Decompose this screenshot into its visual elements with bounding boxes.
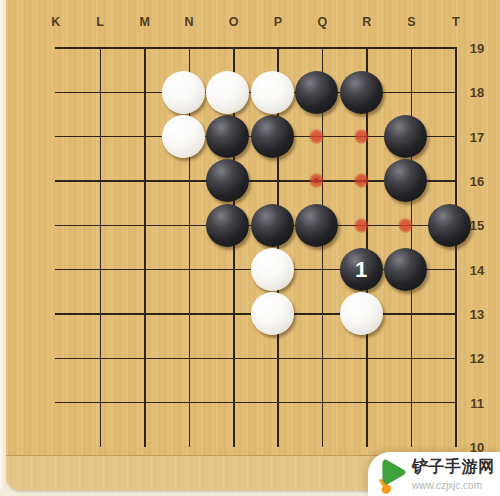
- stone-black: [384, 115, 427, 158]
- stone-white: [340, 292, 383, 335]
- red-dot-marker: [309, 173, 324, 188]
- stone-black: [251, 115, 294, 158]
- stone-black: [295, 204, 338, 247]
- watermark-badge[interactable]: 铲子手游网 www.czjxjc.com: [368, 452, 500, 496]
- stone-black: [384, 248, 427, 291]
- red-dot-marker: [354, 129, 369, 144]
- hand-cursor-icon: [375, 477, 394, 496]
- stone-black: [206, 204, 249, 247]
- red-dot-marker: [398, 218, 413, 233]
- stone-white: [251, 248, 294, 291]
- stone-white: [162, 71, 205, 114]
- stone-black: [384, 159, 427, 202]
- stone-black: [206, 115, 249, 158]
- stone-white: [251, 292, 294, 335]
- stone-white: [206, 71, 249, 114]
- stone-black: [428, 204, 471, 247]
- stone-black: [295, 71, 338, 114]
- red-dot-marker: [354, 173, 369, 188]
- red-dot-marker: [354, 218, 369, 233]
- stone-white: [162, 115, 205, 158]
- stone-black: [251, 204, 294, 247]
- watermark-text: 铲子手游网 www.czjxjc.com: [412, 457, 498, 491]
- stone-black: [340, 71, 383, 114]
- go-board-diagram: KLMNOPQRST 19181716151413121110 1 铲子手游网 …: [0, 0, 500, 496]
- stone-black: 1: [340, 248, 383, 291]
- stone-grid: 1: [28, 26, 472, 469]
- stone-black: [206, 159, 249, 202]
- watermark-url: www.czjxjc.com: [412, 480, 498, 491]
- board-left-edge: [0, 0, 6, 489]
- red-dot-marker: [309, 129, 324, 144]
- stone-white: [251, 71, 294, 114]
- move-number-label: 1: [355, 259, 367, 281]
- watermark-site-name: 铲子手游网: [412, 457, 498, 478]
